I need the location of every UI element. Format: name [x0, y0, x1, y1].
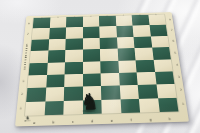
board-square[interactable] — [46, 74, 65, 87]
coord-label: 1 — [18, 101, 23, 115]
coord-label: 2 — [19, 88, 24, 101]
board-square[interactable] — [29, 62, 48, 75]
board-square[interactable] — [99, 16, 116, 27]
coord-label: 3 — [20, 75, 25, 88]
coord-label: 3 — [176, 71, 182, 84]
coord-label: h — [160, 117, 180, 121]
vinyl-mat: abcdefgh abcdefgh 87654321 87654321 ♞ — [15, 12, 189, 126]
board-square[interactable] — [149, 25, 167, 36]
coord-label: e — [102, 118, 122, 122]
coord-label: h — [148, 13, 165, 15]
board-square[interactable] — [115, 15, 132, 26]
board-square[interactable] — [138, 85, 158, 99]
board-square[interactable] — [83, 73, 101, 86]
coord-label: 6 — [170, 35, 175, 46]
board-square[interactable] — [119, 72, 138, 85]
board-square[interactable] — [47, 50, 65, 62]
board-square[interactable] — [101, 73, 120, 86]
board-square[interactable] — [32, 28, 50, 39]
coord-label: f — [115, 14, 131, 16]
board-square[interactable] — [101, 86, 120, 100]
board-square[interactable] — [118, 60, 137, 73]
board-square[interactable] — [83, 16, 100, 27]
board-square[interactable] — [49, 28, 66, 39]
coord-label: 7 — [25, 29, 30, 40]
board-square[interactable] — [65, 38, 82, 50]
board-square[interactable] — [153, 59, 172, 72]
coord-label: 8 — [167, 14, 172, 25]
board-square[interactable] — [100, 60, 118, 73]
coord-label: g — [141, 117, 161, 121]
board-square[interactable] — [117, 37, 135, 49]
coord-label: 5 — [172, 47, 177, 59]
board-square[interactable] — [100, 37, 118, 49]
board-square[interactable] — [83, 38, 100, 50]
board-square[interactable] — [83, 49, 101, 61]
board-square[interactable] — [120, 99, 140, 114]
board-square[interactable] — [65, 61, 83, 74]
coord-label: d — [83, 15, 99, 17]
board-square[interactable] — [134, 48, 153, 60]
board-square[interactable] — [25, 101, 45, 116]
coord-label: d — [83, 119, 102, 123]
coord-label: b — [44, 120, 64, 124]
board-square[interactable] — [148, 14, 166, 25]
board-square[interactable] — [45, 87, 64, 101]
board-square[interactable] — [101, 99, 121, 114]
coord-label: 8 — [26, 18, 30, 29]
brand-logo-icon: ♞ — [23, 115, 32, 123]
coord-label: 1 — [180, 97, 186, 111]
board-square[interactable] — [63, 100, 82, 115]
black-knight-piece[interactable]: ♞ — [81, 90, 97, 113]
board-square[interactable] — [117, 48, 135, 60]
board-square[interactable] — [137, 72, 156, 85]
coord-label: e — [99, 14, 115, 16]
board-square[interactable] — [65, 50, 83, 62]
board-square[interactable] — [49, 17, 66, 28]
coord-label: c — [63, 119, 82, 123]
board-square[interactable] — [133, 25, 151, 36]
coord-label: 4 — [174, 58, 180, 70]
board-square[interactable] — [30, 51, 48, 63]
coord-label: 2 — [178, 83, 184, 96]
board-square[interactable] — [66, 27, 83, 38]
board-square[interactable] — [47, 62, 65, 75]
board-square[interactable] — [156, 84, 176, 98]
board-square[interactable] — [83, 61, 101, 74]
board-square[interactable] — [136, 59, 155, 72]
coord-label: 7 — [169, 25, 174, 36]
board-square[interactable] — [155, 71, 175, 84]
board-square[interactable] — [27, 75, 46, 88]
board-square[interactable] — [48, 39, 66, 51]
coord-label: g — [131, 13, 148, 15]
board-square[interactable] — [44, 101, 64, 116]
board-square[interactable] — [132, 15, 150, 26]
board-square[interactable] — [64, 87, 83, 101]
board-square[interactable] — [31, 39, 49, 51]
board-square[interactable] — [133, 36, 151, 48]
board-square[interactable] — [99, 26, 116, 37]
board-square[interactable] — [116, 26, 134, 37]
coord-label: c — [66, 15, 82, 17]
board-square[interactable] — [158, 97, 179, 111]
coord-label: b — [50, 15, 66, 17]
board-square[interactable] — [139, 98, 159, 113]
board-square[interactable] — [83, 27, 100, 38]
board-square[interactable] — [26, 88, 46, 102]
coord-label: a — [34, 16, 50, 18]
board-square[interactable] — [152, 47, 171, 59]
board-square[interactable] — [150, 36, 169, 48]
board-grid — [25, 14, 178, 115]
board-square[interactable] — [66, 17, 83, 28]
board-square[interactable] — [64, 74, 82, 87]
board-square[interactable] — [33, 18, 50, 29]
coord-label: f — [121, 118, 141, 122]
board-square[interactable] — [100, 49, 118, 61]
board-square[interactable] — [119, 85, 139, 99]
chess-board: abcdefgh abcdefgh 87654321 87654321 ♞ — [15, 12, 189, 126]
